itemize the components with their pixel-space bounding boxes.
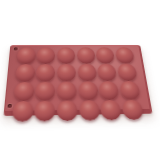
hemisphere-dome bbox=[35, 82, 55, 101]
hemisphere-dome bbox=[57, 81, 77, 100]
hemisphere-dome bbox=[78, 81, 99, 100]
hemisphere-dome bbox=[57, 47, 76, 64]
mold-cavity bbox=[76, 64, 97, 82]
silicone-mold-tray bbox=[3, 45, 152, 116]
mold-cavity bbox=[12, 82, 35, 101]
hemisphere-dome bbox=[117, 63, 138, 81]
mold-cavity bbox=[116, 63, 139, 81]
hemisphere-dome bbox=[57, 100, 78, 121]
mold-cavity bbox=[95, 47, 116, 63]
hemisphere-dome bbox=[122, 100, 145, 120]
mold-cavity bbox=[34, 101, 57, 122]
hemisphere-dome bbox=[100, 100, 122, 121]
hemisphere-dome bbox=[35, 101, 56, 122]
hemisphere-dome bbox=[76, 47, 95, 63]
hemisphere-dome bbox=[97, 64, 117, 82]
hemisphere-dome bbox=[119, 81, 141, 100]
hemisphere-dome bbox=[37, 47, 56, 64]
hemisphere-dome bbox=[77, 64, 97, 82]
hemisphere-dome bbox=[13, 82, 34, 101]
mold-cavity bbox=[114, 47, 136, 63]
mold-cavity bbox=[76, 47, 97, 63]
hemisphere-dome bbox=[115, 47, 135, 63]
mold-cavity bbox=[56, 64, 77, 82]
hemisphere-dome bbox=[79, 100, 100, 121]
hemisphere-dome bbox=[12, 101, 34, 122]
mold-cavity bbox=[15, 47, 36, 64]
mold-cavity bbox=[96, 64, 118, 82]
mold-cavity bbox=[14, 64, 36, 82]
mold-cavity bbox=[56, 81, 78, 100]
mold-cavity bbox=[11, 101, 35, 122]
mold-cavity bbox=[36, 47, 56, 64]
mold-cavity bbox=[118, 81, 141, 100]
mold-cavity bbox=[56, 100, 79, 121]
mold-cavity bbox=[56, 47, 76, 64]
hemisphere-dome bbox=[36, 64, 55, 82]
mold-cavity-grid bbox=[5, 46, 150, 111]
mold-cavity bbox=[121, 100, 145, 120]
hemisphere-dome bbox=[96, 47, 116, 63]
hemisphere-dome bbox=[15, 64, 35, 82]
mold-cavity bbox=[99, 100, 123, 121]
mold-cavity bbox=[34, 82, 56, 101]
photo-background bbox=[0, 0, 160, 160]
mold-cavity bbox=[77, 81, 99, 100]
hemisphere-dome bbox=[57, 64, 76, 82]
mold-cavity bbox=[98, 81, 121, 100]
hemisphere-dome bbox=[16, 47, 36, 64]
mold-cavity bbox=[35, 64, 56, 82]
mold-cavity bbox=[78, 100, 101, 121]
hemisphere-dome bbox=[99, 81, 120, 100]
